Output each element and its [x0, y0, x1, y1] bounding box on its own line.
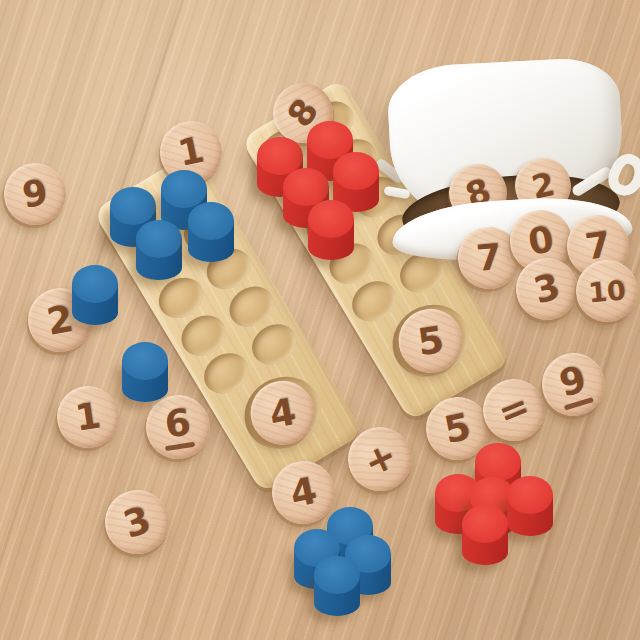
number-disc-5[interactable]: 5 — [394, 305, 466, 377]
peg-top — [308, 200, 354, 238]
disc-number: 3 — [119, 500, 155, 543]
disc-number: 4 — [287, 471, 320, 513]
disc-number: 6 — [163, 404, 192, 443]
peg-top — [314, 556, 360, 594]
peg-blue[interactable] — [122, 342, 168, 402]
disc-number: 9 — [20, 174, 50, 213]
peg-red[interactable] — [462, 505, 508, 565]
disc-number: 0 — [526, 221, 557, 261]
disc-number: + — [358, 436, 402, 483]
disc-number: 3 — [530, 268, 564, 309]
scene-counting-toy: 45 82 9121634+5=98707310 — [0, 0, 640, 640]
disc-number: 9 — [555, 360, 589, 402]
disc-number: 4 — [267, 392, 299, 433]
peg-top — [507, 476, 553, 514]
peg-red[interactable] — [507, 476, 553, 536]
peg-top — [122, 342, 168, 380]
peg-top — [72, 265, 118, 303]
disc-number: 1 — [175, 132, 207, 172]
disc-number: 7 — [475, 239, 503, 277]
peg-top — [136, 220, 182, 258]
disc-number: 10 — [587, 276, 627, 306]
peg-blue[interactable] — [314, 556, 360, 616]
disc-number: 1 — [73, 397, 103, 436]
number-disc-4[interactable]: 4 — [246, 376, 320, 450]
disc-number: 5 — [415, 321, 446, 361]
peg-red[interactable] — [308, 200, 354, 260]
peg-top — [333, 152, 379, 190]
peg-blue[interactable] — [188, 202, 234, 262]
peg-top — [188, 202, 234, 240]
peg-blue[interactable] — [72, 265, 118, 325]
disc-number: 5 — [441, 407, 474, 449]
peg-top — [462, 505, 508, 543]
disc-number: = — [493, 388, 534, 433]
peg-blue[interactable] — [136, 220, 182, 280]
